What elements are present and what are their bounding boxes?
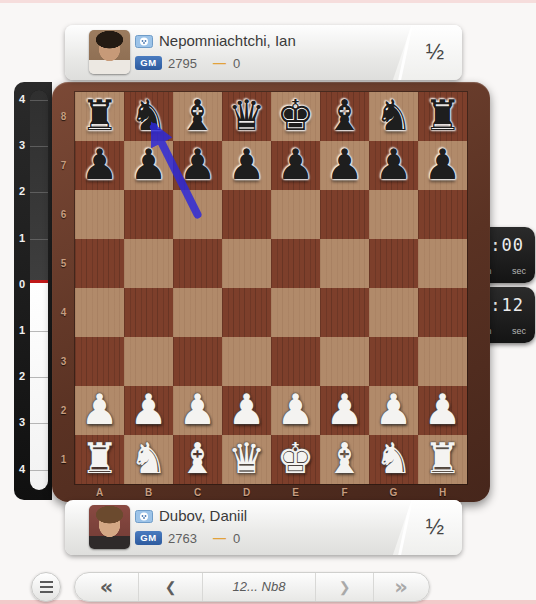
square-f6[interactable] [320, 190, 369, 239]
eval-tick-0: 4 [14, 93, 30, 105]
eval-tick-2: 2 [14, 185, 30, 197]
white-rook-h1[interactable]: ♜ [418, 435, 467, 484]
title-badge-black: GM [135, 56, 162, 70]
menu-button[interactable] [31, 572, 61, 602]
square-d8[interactable]: ♛ [222, 92, 271, 141]
square-g6[interactable] [369, 190, 418, 239]
match-score-white: ½ [426, 514, 444, 540]
eval-gridline [30, 239, 48, 240]
square-b2[interactable]: ♟ [124, 386, 173, 435]
square-b6[interactable] [124, 190, 173, 239]
player-bar-white: Dubov, Daniil GM 2763 — 0 ½ [65, 500, 462, 555]
fide-flag-icon [135, 35, 153, 48]
eval-tick-4: 0 [14, 278, 30, 290]
rank-label-2: 2 [52, 386, 75, 435]
black-pawn-f7[interactable]: ♟ [320, 141, 369, 190]
rank-label-3: 3 [52, 337, 75, 386]
player-name-white: Dubov, Daniil [159, 507, 247, 524]
square-g2[interactable]: ♟ [369, 386, 418, 435]
evaluation-bar: 432101234 [14, 82, 52, 500]
white-pawn-d2[interactable]: ♟ [222, 386, 271, 435]
square-a1[interactable]: ♜ [75, 435, 124, 484]
square-f4[interactable] [320, 288, 369, 337]
nav-last-button[interactable]: » [374, 573, 428, 601]
black-pawn-c7[interactable]: ♟ [173, 141, 222, 190]
square-c5[interactable] [173, 239, 222, 288]
square-g7[interactable]: ♟ [369, 141, 418, 190]
fide-flag-icon [135, 510, 153, 523]
rating-white: 2763 [168, 531, 197, 546]
eval-gridline [30, 377, 48, 378]
eval-tick-7: 3 [14, 416, 30, 428]
title-badge-white: GM [135, 531, 162, 545]
square-b5[interactable] [124, 239, 173, 288]
eval-gridline [30, 331, 48, 332]
hamburger-icon [40, 581, 53, 593]
black-pawn-e7[interactable]: ♟ [271, 141, 320, 190]
player-bar-black: Nepomniachtchi, Ian GM 2795 — 0 ½ [65, 25, 462, 80]
eval-black-side [30, 90, 48, 283]
square-e6[interactable] [271, 190, 320, 239]
black-king-e8[interactable]: ♚ [271, 92, 320, 141]
square-e3[interactable] [271, 337, 320, 386]
white-pawn-f2[interactable]: ♟ [320, 386, 369, 435]
nav-prev-button[interactable]: ❮ [139, 573, 203, 601]
white-pawn-e2[interactable]: ♟ [271, 386, 320, 435]
white-queen-d1[interactable]: ♛ [222, 435, 271, 484]
square-a7[interactable]: ♟ [75, 141, 124, 190]
square-d6[interactable] [222, 190, 271, 239]
square-e5[interactable] [271, 239, 320, 288]
square-d5[interactable] [222, 239, 271, 288]
black-pawn-g7[interactable]: ♟ [369, 141, 418, 190]
rank-label-4: 4 [52, 288, 75, 337]
clock-white-sec-label: sec [512, 326, 526, 336]
square-e8[interactable]: ♚ [271, 92, 320, 141]
square-b4[interactable] [124, 288, 173, 337]
square-a8[interactable]: ♜ [75, 92, 124, 141]
square-c6[interactable] [173, 190, 222, 239]
white-pawn-c2[interactable]: ♟ [173, 386, 222, 435]
square-g5[interactable] [369, 239, 418, 288]
black-rook-a8[interactable]: ♜ [75, 92, 124, 141]
square-h3[interactable] [418, 337, 467, 386]
square-a5[interactable] [75, 239, 124, 288]
top-pink-strip [0, 0, 536, 3]
square-b7[interactable]: ♟ [124, 141, 173, 190]
square-c2[interactable]: ♟ [173, 386, 222, 435]
black-pawn-d7[interactable]: ♟ [222, 141, 271, 190]
square-h5[interactable] [418, 239, 467, 288]
square-c8[interactable]: ♝ [173, 92, 222, 141]
eval-gridline [30, 100, 48, 101]
player-avatar-black [89, 30, 130, 74]
rank-label-7: 7 [52, 141, 75, 190]
square-f2[interactable]: ♟ [320, 386, 369, 435]
square-a2[interactable]: ♟ [75, 386, 124, 435]
move-navigation: « ❮ 12... Nb8 ❯ » [74, 572, 430, 602]
rating-black: 2795 [168, 56, 197, 71]
board-squares[interactable]: ♜♞♝♛♚♝♞♜♟♟♟♟♟♟♟♟♟♟♟♟♟♟♟♟♜♞♝♛♚♝♞♜ [75, 92, 467, 484]
white-pawn-b2[interactable]: ♟ [124, 386, 173, 435]
eval-tick-3: 1 [14, 232, 30, 244]
rank-label-8: 8 [52, 92, 75, 141]
square-c3[interactable] [173, 337, 222, 386]
square-d2[interactable]: ♟ [222, 386, 271, 435]
nav-next-button[interactable]: ❯ [316, 573, 374, 601]
black-knight-g8[interactable]: ♞ [369, 92, 418, 141]
eval-indicator [30, 280, 48, 283]
dash-white: — [213, 530, 226, 545]
post-dash-black: 0 [233, 56, 240, 71]
square-b3[interactable] [124, 337, 173, 386]
square-a6[interactable] [75, 190, 124, 239]
white-pawn-a2[interactable]: ♟ [75, 386, 124, 435]
square-f8[interactable]: ♝ [320, 92, 369, 141]
white-knight-g1[interactable]: ♞ [369, 435, 418, 484]
square-g1[interactable]: ♞ [369, 435, 418, 484]
post-dash-white: 0 [233, 531, 240, 546]
white-rook-a1[interactable]: ♜ [75, 435, 124, 484]
square-h6[interactable] [418, 190, 467, 239]
square-d4[interactable] [222, 288, 271, 337]
player-name-black: Nepomniachtchi, Ian [159, 32, 296, 49]
square-c1[interactable]: ♝ [173, 435, 222, 484]
square-h2[interactable]: ♟ [418, 386, 467, 435]
square-d7[interactable]: ♟ [222, 141, 271, 190]
match-score-black: ½ [426, 39, 444, 65]
square-e1[interactable]: ♚ [271, 435, 320, 484]
square-f3[interactable] [320, 337, 369, 386]
eval-gridline [30, 470, 48, 471]
black-rook-h8[interactable]: ♜ [418, 92, 467, 141]
square-a3[interactable] [75, 337, 124, 386]
square-g3[interactable] [369, 337, 418, 386]
black-queen-d8[interactable]: ♛ [222, 92, 271, 141]
white-bishop-f1[interactable]: ♝ [320, 435, 369, 484]
white-king-e1[interactable]: ♚ [271, 435, 320, 484]
square-b1[interactable]: ♞ [124, 435, 173, 484]
square-d1[interactable]: ♛ [222, 435, 271, 484]
eval-gridline [30, 423, 48, 424]
black-pawn-h7[interactable]: ♟ [418, 141, 467, 190]
eval-tick-8: 4 [14, 463, 30, 475]
eval-tick-5: 1 [14, 324, 30, 336]
square-g8[interactable]: ♞ [369, 92, 418, 141]
eval-tick-1: 3 [14, 139, 30, 151]
white-pawn-g2[interactable]: ♟ [369, 386, 418, 435]
nav-first-button[interactable]: « [75, 573, 139, 601]
clock-black-sec-label: sec [512, 266, 526, 276]
square-h8[interactable]: ♜ [418, 92, 467, 141]
square-a4[interactable] [75, 288, 124, 337]
square-g4[interactable] [369, 288, 418, 337]
white-bishop-c1[interactable]: ♝ [173, 435, 222, 484]
square-f1[interactable]: ♝ [320, 435, 369, 484]
black-bishop-f8[interactable]: ♝ [320, 92, 369, 141]
current-move-label[interactable]: 12... Nb8 [203, 573, 316, 601]
eval-gridline [30, 146, 48, 147]
eval-tick-6: 2 [14, 370, 30, 382]
eval-white-side [30, 283, 48, 490]
chess-board: 87654321 ABCDEFGH ♜♞♝♛♚♝♞♜♟♟♟♟♟♟♟♟♟♟♟♟♟♟… [52, 82, 490, 502]
evaluation-slot [30, 90, 48, 490]
square-h7[interactable]: ♟ [418, 141, 467, 190]
square-e7[interactable]: ♟ [271, 141, 320, 190]
square-e4[interactable] [271, 288, 320, 337]
black-pawn-b7[interactable]: ♟ [124, 141, 173, 190]
square-d3[interactable] [222, 337, 271, 386]
black-knight-b8[interactable]: ♞ [124, 92, 173, 141]
player-avatar-white [89, 505, 130, 549]
rank-label-5: 5 [52, 239, 75, 288]
rank-label-1: 1 [52, 435, 75, 484]
square-h4[interactable] [418, 288, 467, 337]
square-b8[interactable]: ♞ [124, 92, 173, 141]
square-c7[interactable]: ♟ [173, 141, 222, 190]
white-knight-b1[interactable]: ♞ [124, 435, 173, 484]
square-c4[interactable] [173, 288, 222, 337]
dash-black: — [213, 55, 226, 70]
rank-label-6: 6 [52, 190, 75, 239]
square-f7[interactable]: ♟ [320, 141, 369, 190]
eval-gridline [30, 192, 48, 193]
square-h1[interactable]: ♜ [418, 435, 467, 484]
square-f5[interactable] [320, 239, 369, 288]
black-pawn-a7[interactable]: ♟ [75, 141, 124, 190]
square-e2[interactable]: ♟ [271, 386, 320, 435]
black-bishop-c8[interactable]: ♝ [173, 92, 222, 141]
white-pawn-h2[interactable]: ♟ [418, 386, 467, 435]
